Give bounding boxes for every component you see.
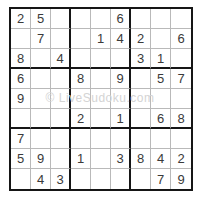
cell-r4c1[interactable]: 6	[11, 69, 31, 89]
cell-r1c1[interactable]: 2	[11, 9, 31, 29]
cell-r9c3[interactable]: 3	[51, 169, 71, 189]
cell-r3c5[interactable]	[91, 49, 111, 69]
cell-r6c8[interactable]: 6	[151, 109, 171, 129]
cell-r3c9[interactable]	[171, 49, 191, 69]
cell-r9c5[interactable]	[91, 169, 111, 189]
cell-r8c7[interactable]: 8	[131, 149, 151, 169]
cell-r8c6[interactable]: 3	[111, 149, 131, 169]
cell-r3c1[interactable]: 8	[11, 49, 31, 69]
cell-r3c6[interactable]	[111, 49, 131, 69]
cell-r3c2[interactable]	[31, 49, 51, 69]
cell-r4c7[interactable]	[131, 69, 151, 89]
cell-r8c5[interactable]	[91, 149, 111, 169]
cell-r5c5[interactable]	[91, 89, 111, 109]
cell-r4c3[interactable]	[51, 69, 71, 89]
cell-r9c8[interactable]: 7	[151, 169, 171, 189]
cell-r2c9[interactable]: 6	[171, 29, 191, 49]
cell-r7c7[interactable]	[131, 129, 151, 149]
cell-r2c2[interactable]: 7	[31, 29, 51, 49]
cell-r8c3[interactable]	[51, 149, 71, 169]
cell-r7c3[interactable]	[51, 129, 71, 149]
cell-r8c8[interactable]: 4	[151, 149, 171, 169]
cell-r5c3[interactable]	[51, 89, 71, 109]
cell-r5c6[interactable]	[111, 89, 131, 109]
cell-r7c9[interactable]	[171, 129, 191, 149]
cell-r2c1[interactable]	[11, 29, 31, 49]
cell-r2c6[interactable]: 4	[111, 29, 131, 49]
cell-r9c4[interactable]	[71, 169, 91, 189]
cell-r7c6[interactable]	[111, 129, 131, 149]
cell-r2c5[interactable]: 1	[91, 29, 111, 49]
cell-r4c9[interactable]: 7	[171, 69, 191, 89]
cell-r4c4[interactable]: 8	[71, 69, 91, 89]
cell-r7c1[interactable]: 7	[11, 129, 31, 149]
cell-r5c2[interactable]	[31, 89, 51, 109]
cell-r5c7[interactable]	[131, 89, 151, 109]
cell-r3c3[interactable]: 4	[51, 49, 71, 69]
cell-r6c3[interactable]	[51, 109, 71, 129]
cell-r9c9[interactable]: 9	[171, 169, 191, 189]
cell-r3c8[interactable]: 1	[151, 49, 171, 69]
cell-r6c1[interactable]	[11, 109, 31, 129]
cell-r3c4[interactable]	[71, 49, 91, 69]
cell-r5c9[interactable]	[171, 89, 191, 109]
cell-r3c7[interactable]: 3	[131, 49, 151, 69]
cell-r1c6[interactable]: 6	[111, 9, 131, 29]
cell-r4c5[interactable]	[91, 69, 111, 89]
cell-r1c7[interactable]	[131, 9, 151, 29]
cell-r2c8[interactable]	[151, 29, 171, 49]
cell-r6c9[interactable]: 8	[171, 109, 191, 129]
cell-r6c4[interactable]: 2	[71, 109, 91, 129]
cell-r4c8[interactable]: 5	[151, 69, 171, 89]
cell-r9c6[interactable]	[111, 169, 131, 189]
cell-r1c5[interactable]	[91, 9, 111, 29]
cell-r1c8[interactable]	[151, 9, 171, 29]
cell-r8c9[interactable]: 2	[171, 149, 191, 169]
cell-r1c3[interactable]	[51, 9, 71, 29]
cell-r2c4[interactable]	[71, 29, 91, 49]
cell-r9c2[interactable]: 4	[31, 169, 51, 189]
cell-r7c5[interactable]	[91, 129, 111, 149]
cell-r6c7[interactable]	[131, 109, 151, 129]
sudoku-board: 2567142684316895792168759138424379	[9, 7, 193, 191]
cell-r2c7[interactable]: 2	[131, 29, 151, 49]
cell-r7c4[interactable]	[71, 129, 91, 149]
cell-r7c8[interactable]	[151, 129, 171, 149]
cell-r9c7[interactable]	[131, 169, 151, 189]
cell-r2c3[interactable]	[51, 29, 71, 49]
cell-r6c5[interactable]	[91, 109, 111, 129]
cell-r4c6[interactable]: 9	[111, 69, 131, 89]
cell-r5c8[interactable]	[151, 89, 171, 109]
sudoku-page: 2567142684316895792168759138424379 © Liv…	[0, 0, 200, 200]
cell-r4c2[interactable]	[31, 69, 51, 89]
cell-r5c1[interactable]: 9	[11, 89, 31, 109]
cell-r5c4[interactable]	[71, 89, 91, 109]
cell-r8c1[interactable]: 5	[11, 149, 31, 169]
cell-r6c2[interactable]	[31, 109, 51, 129]
cell-r9c1[interactable]	[11, 169, 31, 189]
cell-r8c2[interactable]: 9	[31, 149, 51, 169]
cell-r1c9[interactable]	[171, 9, 191, 29]
cell-r7c2[interactable]	[31, 129, 51, 149]
cell-r1c4[interactable]	[71, 9, 91, 29]
cell-r8c4[interactable]: 1	[71, 149, 91, 169]
cell-r1c2[interactable]: 5	[31, 9, 51, 29]
cell-r6c6[interactable]: 1	[111, 109, 131, 129]
